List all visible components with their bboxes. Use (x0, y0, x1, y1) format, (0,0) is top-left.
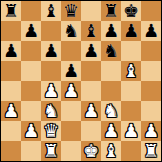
piece-black-rook[interactable]: ♜ (3, 1, 19, 21)
piece-black-rook[interactable]: ♜ (103, 1, 119, 21)
piece-black-bishop[interactable]: ♝ (83, 21, 99, 41)
square-d2[interactable] (61, 121, 81, 141)
square-c7[interactable] (41, 21, 61, 41)
piece-white-pawn[interactable]: ♟ (83, 101, 99, 121)
square-h6[interactable] (141, 41, 161, 61)
square-b7[interactable]: ♟ (21, 21, 41, 41)
square-h1[interactable]: ♜ (141, 141, 161, 161)
square-c3[interactable]: ♞ (41, 101, 61, 121)
square-b6[interactable] (21, 41, 41, 61)
square-a1[interactable] (1, 141, 21, 161)
piece-black-pawn[interactable]: ♟ (143, 21, 159, 41)
piece-black-bishop[interactable]: ♝ (43, 1, 59, 21)
square-e8[interactable] (81, 1, 101, 21)
square-a6[interactable]: ♟ (1, 41, 21, 61)
chess-board: ♜♝♛♜♚♟♞♝♟♟♟♟♟♟♞♟♝♟♟♟♞♟♞♟♛♟♟♟♜♚♝♜ (1, 1, 161, 161)
square-b5[interactable] (21, 61, 41, 81)
square-e7[interactable]: ♝ (81, 21, 101, 41)
square-d7[interactable]: ♞ (61, 21, 81, 41)
piece-black-knight[interactable]: ♞ (103, 41, 119, 61)
square-f7[interactable]: ♟ (101, 21, 121, 41)
square-h7[interactable]: ♟ (141, 21, 161, 41)
piece-white-knight[interactable]: ♞ (103, 101, 119, 121)
square-b2[interactable]: ♟ (21, 121, 41, 141)
piece-white-bishop[interactable]: ♝ (103, 141, 119, 161)
square-e5[interactable] (81, 61, 101, 81)
piece-white-rook[interactable]: ♜ (143, 141, 159, 161)
square-e4[interactable] (81, 81, 101, 101)
piece-white-knight[interactable]: ♞ (43, 101, 59, 121)
piece-black-pawn[interactable]: ♟ (123, 21, 139, 41)
square-c1[interactable]: ♜ (41, 141, 61, 161)
piece-white-pawn[interactable]: ♟ (23, 121, 39, 141)
square-a2[interactable] (1, 121, 21, 141)
square-d5[interactable]: ♟ (61, 61, 81, 81)
square-g8[interactable]: ♚ (121, 1, 141, 21)
square-h8[interactable] (141, 1, 161, 21)
piece-white-pawn[interactable]: ♟ (3, 101, 19, 121)
square-e2[interactable] (81, 121, 101, 141)
square-e1[interactable]: ♚ (81, 141, 101, 161)
piece-black-pawn[interactable]: ♟ (3, 41, 19, 61)
piece-white-pawn[interactable]: ♟ (43, 81, 59, 101)
square-h4[interactable] (141, 81, 161, 101)
square-g2[interactable]: ♟ (121, 121, 141, 141)
square-h3[interactable] (141, 101, 161, 121)
square-g4[interactable] (121, 81, 141, 101)
piece-white-queen[interactable]: ♛ (43, 121, 59, 141)
piece-black-pawn[interactable]: ♟ (103, 21, 119, 41)
square-d8[interactable]: ♛ (61, 1, 81, 21)
piece-black-pawn[interactable]: ♟ (63, 61, 79, 81)
piece-white-king[interactable]: ♚ (83, 141, 99, 161)
square-b4[interactable] (21, 81, 41, 101)
square-a8[interactable]: ♜ (1, 1, 21, 21)
square-g1[interactable] (121, 141, 141, 161)
square-d1[interactable] (61, 141, 81, 161)
square-f5[interactable] (101, 61, 121, 81)
board-frame: ♜♝♛♜♚♟♞♝♟♟♟♟♟♟♞♟♝♟♟♟♞♟♞♟♛♟♟♟♜♚♝♜ (0, 0, 162, 162)
piece-black-pawn[interactable]: ♟ (23, 21, 39, 41)
square-a5[interactable] (1, 61, 21, 81)
square-h2[interactable]: ♟ (141, 121, 161, 141)
square-b1[interactable] (21, 141, 41, 161)
square-c5[interactable] (41, 61, 61, 81)
piece-white-pawn[interactable]: ♟ (63, 81, 79, 101)
piece-black-king[interactable]: ♚ (123, 1, 139, 21)
piece-black-pawn[interactable]: ♟ (43, 41, 59, 61)
square-b3[interactable] (21, 101, 41, 121)
square-f8[interactable]: ♜ (101, 1, 121, 21)
square-e6[interactable]: ♟ (81, 41, 101, 61)
square-g3[interactable] (121, 101, 141, 121)
square-g5[interactable]: ♝ (121, 61, 141, 81)
square-c2[interactable]: ♛ (41, 121, 61, 141)
square-d4[interactable]: ♟ (61, 81, 81, 101)
square-a7[interactable] (1, 21, 21, 41)
square-g6[interactable] (121, 41, 141, 61)
square-f1[interactable]: ♝ (101, 141, 121, 161)
square-c8[interactable]: ♝ (41, 1, 61, 21)
piece-black-knight[interactable]: ♞ (63, 21, 79, 41)
square-h5[interactable] (141, 61, 161, 81)
square-f6[interactable]: ♞ (101, 41, 121, 61)
piece-black-pawn[interactable]: ♟ (83, 41, 99, 61)
piece-white-pawn[interactable]: ♟ (123, 121, 139, 141)
square-f3[interactable]: ♞ (101, 101, 121, 121)
square-e3[interactable]: ♟ (81, 101, 101, 121)
square-f4[interactable] (101, 81, 121, 101)
piece-white-pawn[interactable]: ♟ (103, 121, 119, 141)
piece-black-queen[interactable]: ♛ (63, 1, 79, 21)
square-d6[interactable] (61, 41, 81, 61)
square-d3[interactable] (61, 101, 81, 121)
square-f2[interactable]: ♟ (101, 121, 121, 141)
piece-white-pawn[interactable]: ♟ (143, 121, 159, 141)
piece-white-rook[interactable]: ♜ (43, 141, 59, 161)
square-a3[interactable]: ♟ (1, 101, 21, 121)
square-a4[interactable] (1, 81, 21, 101)
square-g7[interactable]: ♟ (121, 21, 141, 41)
piece-white-bishop[interactable]: ♝ (123, 61, 139, 81)
square-c6[interactable]: ♟ (41, 41, 61, 61)
square-c4[interactable]: ♟ (41, 81, 61, 101)
square-b8[interactable] (21, 1, 41, 21)
